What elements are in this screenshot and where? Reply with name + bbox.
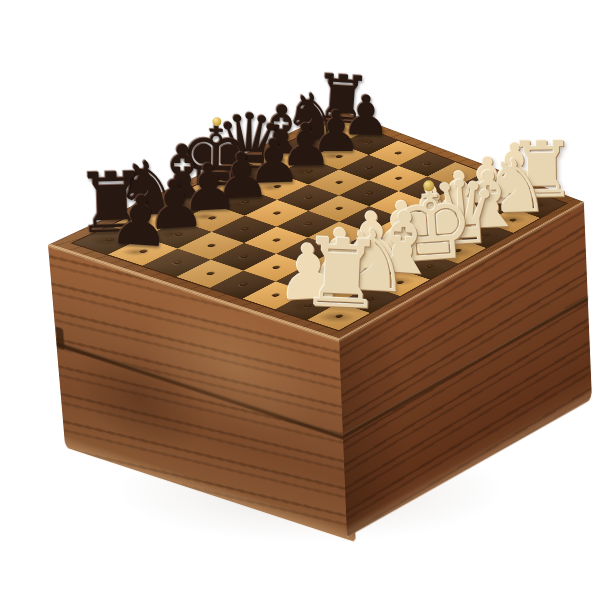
piece-white-rook-h1[interactable]: ♜ [298, 226, 386, 324]
pieces-layer: ♜♞♝♛♚♝♞♜♟♟♟♟♟♟♟♟♟♟♟♟♟♟♟♟♜♞♝♛♚♝♞♜ [0, 0, 600, 600]
piece-black-pawn-h7[interactable]: ♟ [107, 185, 173, 258]
brass-finial [424, 180, 436, 192]
brass-finial [212, 117, 221, 126]
stage: ♜♞♝♛♚♝♞♜♟♟♟♟♟♟♟♟♟♟♟♟♟♟♟♟♜♞♝♛♚♝♞♜ [0, 0, 600, 600]
